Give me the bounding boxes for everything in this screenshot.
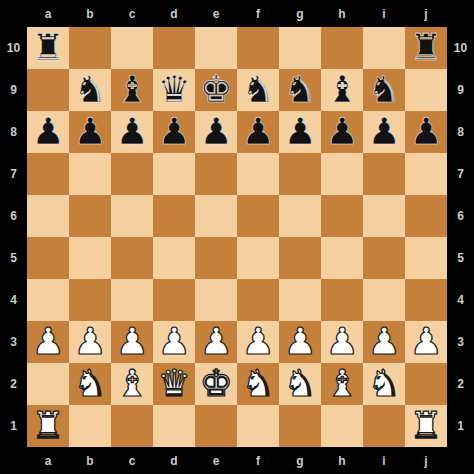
rank-label: 10 <box>447 27 474 69</box>
white-pawn[interactable]: ♟ <box>409 321 442 363</box>
square-c10[interactable] <box>111 27 153 69</box>
square-b8[interactable]: ♟ <box>69 111 111 153</box>
square-h9[interactable]: ♝ <box>321 69 363 111</box>
rank-label: 8 <box>447 111 474 153</box>
rank-label: 8 <box>0 111 27 153</box>
rank-label: 5 <box>447 237 474 279</box>
chessboard-frame: abcdefghij abcdefghij 10987654321 109876… <box>0 0 474 474</box>
white-bishop[interactable]: ♝ <box>115 363 148 405</box>
square-j8[interactable]: ♟ <box>405 111 447 153</box>
rank-label: 6 <box>0 195 27 237</box>
square-g6[interactable] <box>279 195 321 237</box>
square-e9[interactable]: ♚ <box>195 69 237 111</box>
white-pawn[interactable]: ♟ <box>31 321 64 363</box>
square-b2[interactable]: ♞ <box>69 363 111 405</box>
white-knight[interactable]: ♞ <box>73 363 106 405</box>
file-label: j <box>405 0 447 27</box>
rank-label: 7 <box>0 153 27 195</box>
square-d4[interactable] <box>153 279 195 321</box>
square-c6[interactable] <box>111 195 153 237</box>
black-pawn[interactable]: ♟ <box>283 111 316 153</box>
file-label: c <box>111 0 153 27</box>
square-a7[interactable] <box>27 153 69 195</box>
square-b5[interactable] <box>69 237 111 279</box>
rank-label: 2 <box>0 363 27 405</box>
square-e3[interactable]: ♟ <box>195 321 237 363</box>
square-g1[interactable] <box>279 405 321 447</box>
square-b4[interactable] <box>69 279 111 321</box>
square-f2[interactable]: ♞ <box>237 363 279 405</box>
file-label: g <box>279 0 321 27</box>
rank-label: 10 <box>0 27 27 69</box>
square-a6[interactable] <box>27 195 69 237</box>
square-j7[interactable] <box>405 153 447 195</box>
square-i9[interactable]: ♞ <box>363 69 405 111</box>
black-bishop[interactable]: ♝ <box>325 69 358 111</box>
square-c3[interactable]: ♟ <box>111 321 153 363</box>
square-e6[interactable] <box>195 195 237 237</box>
square-j3[interactable]: ♟ <box>405 321 447 363</box>
square-f10[interactable] <box>237 27 279 69</box>
black-pawn[interactable]: ♟ <box>241 111 274 153</box>
file-label: b <box>69 447 111 474</box>
file-label: c <box>111 447 153 474</box>
file-label: i <box>363 0 405 27</box>
square-f7[interactable] <box>237 153 279 195</box>
square-a3[interactable]: ♟ <box>27 321 69 363</box>
square-e5[interactable] <box>195 237 237 279</box>
file-label: i <box>363 447 405 474</box>
square-j6[interactable] <box>405 195 447 237</box>
square-j5[interactable] <box>405 237 447 279</box>
black-pawn[interactable]: ♟ <box>367 111 400 153</box>
file-label: f <box>237 447 279 474</box>
square-a9[interactable] <box>27 69 69 111</box>
square-d10[interactable] <box>153 27 195 69</box>
square-e10[interactable] <box>195 27 237 69</box>
square-i10[interactable] <box>363 27 405 69</box>
white-knight[interactable]: ♞ <box>367 363 400 405</box>
black-pawn[interactable]: ♟ <box>409 111 442 153</box>
black-king[interactable]: ♚ <box>199 69 232 111</box>
square-h6[interactable] <box>321 195 363 237</box>
square-b9[interactable]: ♞ <box>69 69 111 111</box>
square-d8[interactable]: ♟ <box>153 111 195 153</box>
square-j1[interactable]: ♜ <box>405 405 447 447</box>
square-i1[interactable] <box>363 405 405 447</box>
file-label: g <box>279 447 321 474</box>
file-label: h <box>321 447 363 474</box>
square-a4[interactable] <box>27 279 69 321</box>
square-c2[interactable]: ♝ <box>111 363 153 405</box>
square-a5[interactable] <box>27 237 69 279</box>
square-f4[interactable] <box>237 279 279 321</box>
file-label: d <box>153 447 195 474</box>
square-d5[interactable] <box>153 237 195 279</box>
black-pawn[interactable]: ♟ <box>31 111 64 153</box>
square-h10[interactable] <box>321 27 363 69</box>
file-label: e <box>195 0 237 27</box>
square-a2[interactable] <box>27 363 69 405</box>
black-pawn[interactable]: ♟ <box>325 111 358 153</box>
square-g4[interactable] <box>279 279 321 321</box>
square-e1[interactable] <box>195 405 237 447</box>
square-c9[interactable]: ♝ <box>111 69 153 111</box>
square-b6[interactable] <box>69 195 111 237</box>
rank-label: 6 <box>447 195 474 237</box>
white-rook[interactable]: ♜ <box>31 405 64 447</box>
square-d6[interactable] <box>153 195 195 237</box>
file-labels-bottom: abcdefghij <box>27 447 447 474</box>
black-knight[interactable]: ♞ <box>283 69 316 111</box>
square-i7[interactable] <box>363 153 405 195</box>
square-g9[interactable]: ♞ <box>279 69 321 111</box>
square-a8[interactable]: ♟ <box>27 111 69 153</box>
square-b3[interactable]: ♟ <box>69 321 111 363</box>
square-f8[interactable]: ♟ <box>237 111 279 153</box>
rank-label: 9 <box>0 69 27 111</box>
square-c7[interactable] <box>111 153 153 195</box>
square-e2[interactable]: ♚ <box>195 363 237 405</box>
file-labels-top: abcdefghij <box>27 0 447 27</box>
square-j10[interactable]: ♜ <box>405 27 447 69</box>
square-g2[interactable]: ♞ <box>279 363 321 405</box>
black-queen[interactable]: ♛ <box>157 69 190 111</box>
square-g5[interactable] <box>279 237 321 279</box>
white-knight[interactable]: ♞ <box>241 363 274 405</box>
square-f9[interactable]: ♞ <box>237 69 279 111</box>
square-b1[interactable] <box>69 405 111 447</box>
square-c4[interactable] <box>111 279 153 321</box>
rank-label: 1 <box>0 405 27 447</box>
rank-labels-left: 10987654321 <box>0 27 27 447</box>
rank-label: 2 <box>447 363 474 405</box>
white-queen[interactable]: ♛ <box>157 363 190 405</box>
square-d3[interactable]: ♟ <box>153 321 195 363</box>
black-rook[interactable]: ♜ <box>31 27 64 69</box>
square-g7[interactable] <box>279 153 321 195</box>
square-f1[interactable] <box>237 405 279 447</box>
file-label: a <box>27 0 69 27</box>
white-rook[interactable]: ♜ <box>409 405 442 447</box>
file-label: h <box>321 0 363 27</box>
square-g8[interactable]: ♟ <box>279 111 321 153</box>
square-d7[interactable] <box>153 153 195 195</box>
square-i2[interactable]: ♞ <box>363 363 405 405</box>
white-pawn[interactable]: ♟ <box>115 321 148 363</box>
white-pawn[interactable]: ♟ <box>367 321 400 363</box>
square-a10[interactable]: ♜ <box>27 27 69 69</box>
square-h8[interactable]: ♟ <box>321 111 363 153</box>
square-b10[interactable] <box>69 27 111 69</box>
chess-board: ♜♜♞♝♛♚♞♞♝♞♟♟♟♟♟♟♟♟♟♟♟♟♟♟♟♟♟♟♟♟♞♝♛♚♞♞♝♞♜♜ <box>27 27 447 447</box>
square-c8[interactable]: ♟ <box>111 111 153 153</box>
square-i4[interactable] <box>363 279 405 321</box>
rank-label: 3 <box>447 321 474 363</box>
square-g3[interactable]: ♟ <box>279 321 321 363</box>
rank-label: 9 <box>447 69 474 111</box>
square-j2[interactable] <box>405 363 447 405</box>
square-h3[interactable]: ♟ <box>321 321 363 363</box>
square-f6[interactable] <box>237 195 279 237</box>
file-label: e <box>195 447 237 474</box>
white-knight[interactable]: ♞ <box>283 363 316 405</box>
white-pawn[interactable]: ♟ <box>283 321 316 363</box>
black-knight[interactable]: ♞ <box>367 69 400 111</box>
rank-label: 4 <box>447 279 474 321</box>
square-h7[interactable] <box>321 153 363 195</box>
square-e4[interactable] <box>195 279 237 321</box>
rank-label: 3 <box>0 321 27 363</box>
square-h4[interactable] <box>321 279 363 321</box>
white-king[interactable]: ♚ <box>199 363 232 405</box>
rank-label: 1 <box>447 405 474 447</box>
white-pawn[interactable]: ♟ <box>157 321 190 363</box>
square-h1[interactable] <box>321 405 363 447</box>
black-knight[interactable]: ♞ <box>241 69 274 111</box>
square-i8[interactable]: ♟ <box>363 111 405 153</box>
black-knight[interactable]: ♞ <box>73 69 106 111</box>
square-j4[interactable] <box>405 279 447 321</box>
square-d2[interactable]: ♛ <box>153 363 195 405</box>
black-pawn[interactable]: ♟ <box>199 111 232 153</box>
file-label: d <box>153 0 195 27</box>
black-rook[interactable]: ♜ <box>409 27 442 69</box>
black-pawn[interactable]: ♟ <box>157 111 190 153</box>
white-pawn[interactable]: ♟ <box>325 321 358 363</box>
white-pawn[interactable]: ♟ <box>241 321 274 363</box>
square-h2[interactable]: ♝ <box>321 363 363 405</box>
black-pawn[interactable]: ♟ <box>115 111 148 153</box>
square-c1[interactable] <box>111 405 153 447</box>
square-i5[interactable] <box>363 237 405 279</box>
file-label: a <box>27 447 69 474</box>
black-pawn[interactable]: ♟ <box>73 111 106 153</box>
square-i3[interactable]: ♟ <box>363 321 405 363</box>
rank-label: 7 <box>447 153 474 195</box>
square-g10[interactable] <box>279 27 321 69</box>
white-bishop[interactable]: ♝ <box>325 363 358 405</box>
square-d9[interactable]: ♛ <box>153 69 195 111</box>
file-label: f <box>237 0 279 27</box>
square-f3[interactable]: ♟ <box>237 321 279 363</box>
square-d1[interactable] <box>153 405 195 447</box>
rank-label: 5 <box>0 237 27 279</box>
black-bishop[interactable]: ♝ <box>115 69 148 111</box>
square-h5[interactable] <box>321 237 363 279</box>
square-j9[interactable] <box>405 69 447 111</box>
white-pawn[interactable]: ♟ <box>73 321 106 363</box>
file-label: b <box>69 0 111 27</box>
square-i6[interactable] <box>363 195 405 237</box>
square-b7[interactable] <box>69 153 111 195</box>
square-f5[interactable] <box>237 237 279 279</box>
square-e7[interactable] <box>195 153 237 195</box>
white-pawn[interactable]: ♟ <box>199 321 232 363</box>
rank-labels-right: 10987654321 <box>447 27 474 447</box>
square-c5[interactable] <box>111 237 153 279</box>
rank-label: 4 <box>0 279 27 321</box>
square-a1[interactable]: ♜ <box>27 405 69 447</box>
file-label: j <box>405 447 447 474</box>
square-e8[interactable]: ♟ <box>195 111 237 153</box>
